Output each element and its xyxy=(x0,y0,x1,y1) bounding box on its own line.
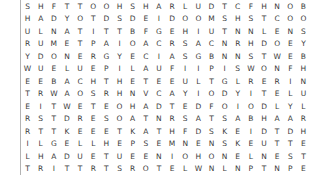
grid-cell[interactable]: M xyxy=(166,138,179,151)
grid-cell[interactable]: T xyxy=(139,113,152,126)
grid-cell[interactable]: B xyxy=(297,0,310,13)
grid-cell[interactable]: T xyxy=(60,163,73,176)
grid-cell[interactable]: D xyxy=(192,100,205,113)
grid-cell[interactable]: O xyxy=(271,38,284,51)
grid-cell[interactable]: E xyxy=(113,138,126,151)
grid-cell[interactable]: E xyxy=(100,125,113,138)
grid-cell[interactable]: Y xyxy=(60,13,73,26)
grid-cell[interactable]: A xyxy=(60,75,73,88)
grid-cell[interactable]: I xyxy=(47,163,60,176)
grid-cell[interactable]: S xyxy=(21,0,34,13)
grid-cell[interactable]: H xyxy=(297,125,310,138)
grid-cell[interactable]: D xyxy=(166,13,179,26)
grid-cell[interactable]: S xyxy=(244,50,257,63)
grid-cell[interactable]: I xyxy=(152,50,165,63)
grid-cell[interactable]: U xyxy=(74,150,87,163)
grid-cell[interactable]: D xyxy=(47,13,60,26)
grid-cell[interactable]: E xyxy=(271,88,284,101)
grid-cell[interactable]: T xyxy=(113,25,126,38)
grid-cell[interactable]: O xyxy=(257,63,270,76)
grid-cell[interactable]: O xyxy=(113,113,126,126)
grid-cell[interactable]: W xyxy=(21,63,34,76)
grid-cell[interactable]: U xyxy=(113,150,126,163)
grid-cell[interactable]: A xyxy=(166,88,179,101)
grid-cell[interactable]: H xyxy=(192,150,205,163)
grid-cell[interactable]: T xyxy=(139,75,152,88)
grid-cell[interactable]: H xyxy=(87,75,100,88)
grid-cell[interactable]: R xyxy=(297,113,310,126)
grid-cell[interactable]: Y xyxy=(284,100,297,113)
grid-cell[interactable]: H xyxy=(126,100,139,113)
grid-cell[interactable]: N xyxy=(271,0,284,13)
grid-cell[interactable]: E xyxy=(152,138,165,151)
grid-cell[interactable]: C xyxy=(205,38,218,51)
grid-cell[interactable]: A xyxy=(139,125,152,138)
grid-cell[interactable]: T xyxy=(21,163,34,176)
grid-cell[interactable]: L xyxy=(271,100,284,113)
grid-cell[interactable]: K xyxy=(60,125,73,138)
grid-cell[interactable]: R xyxy=(100,88,113,101)
grid-cell[interactable]: S xyxy=(100,113,113,126)
grid-cell[interactable]: T xyxy=(205,113,218,126)
grid-cell[interactable]: R xyxy=(166,0,179,13)
grid-cell[interactable]: T xyxy=(257,88,270,101)
grid-cell[interactable]: E xyxy=(257,75,270,88)
grid-cell[interactable]: H xyxy=(139,0,152,13)
grid-cell[interactable]: S xyxy=(179,113,192,126)
grid-cell[interactable]: S xyxy=(218,113,231,126)
grid-cell[interactable]: E xyxy=(297,163,310,176)
grid-cell[interactable]: D xyxy=(126,13,139,26)
grid-cell[interactable]: H xyxy=(297,63,310,76)
grid-cell[interactable]: E xyxy=(87,125,100,138)
grid-cell[interactable]: F xyxy=(166,63,179,76)
grid-cell[interactable]: O xyxy=(179,13,192,26)
grid-cell[interactable]: N xyxy=(47,25,60,38)
grid-cell[interactable]: W xyxy=(47,88,60,101)
grid-cell[interactable]: C xyxy=(271,13,284,26)
grid-cell[interactable]: L xyxy=(218,163,231,176)
grid-cell[interactable]: I xyxy=(166,150,179,163)
grid-cell[interactable]: L xyxy=(257,25,270,38)
grid-cell[interactable]: H xyxy=(179,25,192,38)
grid-cell[interactable]: A xyxy=(192,38,205,51)
grid-cell[interactable]: R xyxy=(244,75,257,88)
grid-cell[interactable]: K xyxy=(218,125,231,138)
grid-cell[interactable]: T xyxy=(113,125,126,138)
grid-cell[interactable]: T xyxy=(100,25,113,38)
grid-cell[interactable]: W xyxy=(271,50,284,63)
grid-cell[interactable]: L xyxy=(87,138,100,151)
grid-cell[interactable]: I xyxy=(244,125,257,138)
grid-cell[interactable]: T xyxy=(205,75,218,88)
grid-cell[interactable]: W xyxy=(60,100,73,113)
grid-cell[interactable]: N xyxy=(244,25,257,38)
grid-cell[interactable]: E xyxy=(74,100,87,113)
grid-cell[interactable]: N xyxy=(218,50,231,63)
grid-cell[interactable]: H xyxy=(21,13,34,26)
grid-cell[interactable]: O xyxy=(284,13,297,26)
grid-cell[interactable]: D xyxy=(34,50,47,63)
grid-cell[interactable]: N xyxy=(297,75,310,88)
grid-cell[interactable]: H xyxy=(113,88,126,101)
grid-cell[interactable]: B xyxy=(205,50,218,63)
grid-cell[interactable]: L xyxy=(179,0,192,13)
grid-cell[interactable]: M xyxy=(47,38,60,51)
grid-cell[interactable]: A xyxy=(47,150,60,163)
grid-cell[interactable]: T xyxy=(284,138,297,151)
grid-cell[interactable]: N xyxy=(271,63,284,76)
grid-cell[interactable]: I xyxy=(231,100,244,113)
grid-cell[interactable]: O xyxy=(192,13,205,26)
grid-cell[interactable]: E xyxy=(74,125,87,138)
grid-cell[interactable]: H xyxy=(34,150,47,163)
grid-cell[interactable]: L xyxy=(21,150,34,163)
grid-cell[interactable]: T xyxy=(100,75,113,88)
grid-cell[interactable]: B xyxy=(126,25,139,38)
grid-cell[interactable]: T xyxy=(271,125,284,138)
grid-cell[interactable]: U xyxy=(192,0,205,13)
grid-cell[interactable]: S xyxy=(179,38,192,51)
grid-cell[interactable]: S xyxy=(126,0,139,13)
grid-cell[interactable]: N xyxy=(231,163,244,176)
grid-cell[interactable]: C xyxy=(74,75,87,88)
grid-cell[interactable]: R xyxy=(87,163,100,176)
grid-cell[interactable]: D xyxy=(257,100,270,113)
grid-cell[interactable]: R xyxy=(21,125,34,138)
grid-cell[interactable]: Y xyxy=(179,88,192,101)
grid-cell[interactable]: H xyxy=(257,113,270,126)
grid-cell[interactable]: I xyxy=(113,63,126,76)
grid-cell[interactable]: G xyxy=(100,50,113,63)
grid-cell[interactable]: N xyxy=(205,163,218,176)
grid-cell[interactable]: S xyxy=(297,25,310,38)
grid-cell[interactable]: E xyxy=(166,163,179,176)
grid-cell[interactable]: O xyxy=(74,13,87,26)
grid-cell[interactable]: E xyxy=(284,50,297,63)
grid-cell[interactable]: T xyxy=(74,163,87,176)
grid-cell[interactable]: D xyxy=(100,13,113,26)
grid-cell[interactable]: S xyxy=(218,138,231,151)
grid-cell[interactable]: R xyxy=(166,113,179,126)
grid-cell[interactable]: H xyxy=(113,0,126,13)
grid-cell[interactable]: T xyxy=(271,138,284,151)
grid-cell[interactable]: O xyxy=(47,50,60,63)
grid-cell[interactable]: U xyxy=(179,75,192,88)
grid-cell[interactable]: I xyxy=(192,25,205,38)
grid-cell[interactable]: I xyxy=(21,138,34,151)
grid-cell[interactable]: Y xyxy=(113,50,126,63)
grid-cell[interactable]: D xyxy=(284,125,297,138)
grid-cell[interactable]: C xyxy=(231,0,244,13)
grid-cell[interactable]: A xyxy=(166,50,179,63)
grid-cell[interactable]: T xyxy=(60,0,73,13)
grid-cell[interactable]: L xyxy=(74,138,87,151)
grid-cell[interactable]: H xyxy=(100,138,113,151)
grid-cell[interactable]: S xyxy=(34,113,47,126)
grid-cell[interactable]: A xyxy=(34,13,47,26)
grid-cell[interactable]: S xyxy=(231,63,244,76)
grid-cell[interactable]: P xyxy=(205,63,218,76)
grid-cell[interactable]: O xyxy=(218,100,231,113)
grid-cell[interactable]: N xyxy=(231,25,244,38)
grid-cell[interactable]: E xyxy=(34,75,47,88)
grid-cell[interactable]: S xyxy=(139,138,152,151)
grid-cell[interactable]: E xyxy=(166,25,179,38)
grid-cell[interactable]: N xyxy=(126,88,139,101)
grid-cell[interactable]: O xyxy=(100,0,113,13)
grid-cell[interactable]: D xyxy=(257,38,270,51)
grid-cell[interactable]: B xyxy=(297,50,310,63)
grid-cell[interactable]: L xyxy=(284,88,297,101)
grid-cell[interactable]: N xyxy=(257,150,270,163)
grid-cell[interactable]: N xyxy=(284,25,297,38)
grid-cell[interactable]: N xyxy=(60,50,73,63)
grid-cell[interactable]: T xyxy=(21,88,34,101)
grid-cell[interactable]: T xyxy=(47,113,60,126)
grid-cell[interactable]: N xyxy=(218,38,231,51)
grid-cell[interactable]: O xyxy=(87,0,100,13)
grid-cell[interactable]: B xyxy=(47,75,60,88)
grid-cell[interactable]: E xyxy=(126,75,139,88)
grid-cell[interactable]: E xyxy=(47,63,60,76)
grid-cell[interactable]: D xyxy=(205,0,218,13)
grid-cell[interactable]: R xyxy=(271,75,284,88)
grid-cell[interactable]: T xyxy=(47,100,60,113)
grid-cell[interactable]: D xyxy=(257,125,270,138)
grid-cell[interactable]: K xyxy=(126,125,139,138)
grid-cell[interactable]: C xyxy=(139,50,152,63)
grid-cell[interactable]: A xyxy=(152,0,165,13)
grid-cell[interactable]: P xyxy=(284,163,297,176)
grid-cell[interactable]: H xyxy=(231,13,244,26)
grid-cell[interactable]: U xyxy=(74,63,87,76)
grid-cell[interactable]: D xyxy=(152,100,165,113)
grid-cell[interactable]: I xyxy=(179,63,192,76)
grid-cell[interactable]: E xyxy=(87,63,100,76)
grid-cell[interactable]: O xyxy=(284,0,297,13)
grid-cell[interactable]: S xyxy=(284,150,297,163)
grid-cell[interactable]: H xyxy=(257,0,270,13)
grid-cell[interactable]: C xyxy=(152,88,165,101)
grid-cell[interactable]: F xyxy=(179,125,192,138)
grid-cell[interactable]: A xyxy=(126,113,139,126)
grid-cell[interactable]: E xyxy=(21,75,34,88)
grid-cell[interactable]: N xyxy=(231,50,244,63)
grid-cell[interactable]: R xyxy=(34,163,47,176)
grid-cell[interactable]: G xyxy=(47,138,60,151)
grid-cell[interactable]: H xyxy=(166,125,179,138)
grid-cell[interactable]: T xyxy=(74,0,87,13)
grid-cell[interactable]: H xyxy=(244,38,257,51)
grid-cell[interactable]: F xyxy=(284,63,297,76)
grid-cell[interactable]: T xyxy=(152,163,165,176)
grid-cell[interactable]: R xyxy=(34,88,47,101)
grid-cell[interactable]: T xyxy=(34,125,47,138)
grid-cell[interactable]: S xyxy=(87,88,100,101)
grid-cell[interactable]: E xyxy=(100,100,113,113)
grid-cell[interactable]: P xyxy=(126,138,139,151)
grid-cell[interactable]: W xyxy=(244,63,257,76)
grid-cell[interactable]: A xyxy=(60,88,73,101)
grid-cell[interactable]: E xyxy=(152,75,165,88)
grid-cell[interactable]: E xyxy=(231,125,244,138)
grid-cell[interactable]: D xyxy=(192,125,205,138)
grid-cell[interactable]: D xyxy=(218,88,231,101)
grid-cell[interactable]: E xyxy=(87,113,100,126)
grid-cell[interactable]: I xyxy=(284,75,297,88)
grid-cell[interactable]: E xyxy=(271,150,284,163)
grid-cell[interactable]: I xyxy=(87,25,100,38)
grid-cell[interactable]: T xyxy=(87,100,100,113)
grid-cell[interactable]: P xyxy=(244,163,257,176)
grid-cell[interactable]: V xyxy=(139,88,152,101)
grid-cell[interactable]: T xyxy=(257,50,270,63)
grid-cell[interactable]: L xyxy=(60,63,73,76)
grid-cell[interactable]: H xyxy=(34,0,47,13)
grid-cell[interactable]: E xyxy=(126,50,139,63)
grid-cell[interactable]: A xyxy=(139,38,152,51)
grid-cell[interactable]: T xyxy=(100,163,113,176)
grid-cell[interactable]: L xyxy=(34,138,47,151)
grid-cell[interactable]: T xyxy=(100,150,113,163)
grid-cell[interactable]: T xyxy=(74,25,87,38)
grid-cell[interactable]: E xyxy=(87,150,100,163)
grid-cell[interactable]: O xyxy=(113,100,126,113)
grid-cell[interactable]: T xyxy=(74,38,87,51)
grid-cell[interactable]: E xyxy=(166,75,179,88)
grid-cell[interactable]: R xyxy=(87,50,100,63)
grid-cell[interactable]: O xyxy=(126,38,139,51)
grid-cell[interactable]: B xyxy=(244,113,257,126)
grid-cell[interactable]: F xyxy=(47,0,60,13)
grid-cell[interactable]: P xyxy=(87,38,100,51)
grid-cell[interactable]: F xyxy=(244,0,257,13)
grid-cell[interactable]: U xyxy=(21,25,34,38)
grid-cell[interactable]: O xyxy=(205,150,218,163)
grid-cell[interactable]: R xyxy=(166,38,179,51)
grid-cell[interactable]: E xyxy=(284,38,297,51)
grid-cell[interactable]: L xyxy=(231,75,244,88)
grid-cell[interactable]: L xyxy=(244,150,257,163)
grid-cell[interactable]: T xyxy=(152,125,165,138)
grid-cell[interactable]: G xyxy=(192,50,205,63)
grid-cell[interactable]: U xyxy=(205,25,218,38)
grid-cell[interactable]: E xyxy=(21,100,34,113)
grid-cell[interactable]: U xyxy=(34,38,47,51)
grid-cell[interactable]: I xyxy=(34,100,47,113)
grid-cell[interactable]: Y xyxy=(297,38,310,51)
grid-cell[interactable]: T xyxy=(297,150,310,163)
grid-cell[interactable]: I xyxy=(113,38,126,51)
grid-cell[interactable]: E xyxy=(244,138,257,151)
grid-cell[interactable]: A xyxy=(284,113,297,126)
grid-cell[interactable]: O xyxy=(297,13,310,26)
grid-cell[interactable]: L xyxy=(192,75,205,88)
grid-cell[interactable]: T xyxy=(218,0,231,13)
grid-cell[interactable]: F xyxy=(139,25,152,38)
grid-cell[interactable]: I xyxy=(192,88,205,101)
grid-cell[interactable]: Y xyxy=(21,50,34,63)
grid-cell[interactable]: F xyxy=(205,100,218,113)
grid-cell[interactable]: A xyxy=(100,38,113,51)
grid-cell[interactable]: S xyxy=(244,13,257,26)
grid-cell[interactable]: E xyxy=(139,13,152,26)
grid-cell[interactable]: O xyxy=(74,88,87,101)
grid-cell[interactable]: T xyxy=(166,100,179,113)
grid-cell[interactable]: T xyxy=(218,25,231,38)
grid-cell[interactable]: S xyxy=(205,125,218,138)
grid-cell[interactable]: A xyxy=(192,113,205,126)
grid-cell[interactable]: N xyxy=(179,138,192,151)
grid-cell[interactable]: P xyxy=(100,63,113,76)
grid-cell[interactable]: K xyxy=(231,138,244,151)
grid-cell[interactable]: A xyxy=(271,113,284,126)
grid-cell[interactable]: E xyxy=(271,25,284,38)
grid-cell[interactable]: E xyxy=(60,38,73,51)
grid-cell[interactable]: M xyxy=(205,13,218,26)
grid-cell[interactable]: D xyxy=(60,113,73,126)
grid-cell[interactable]: S xyxy=(113,163,126,176)
grid-cell[interactable]: T xyxy=(47,125,60,138)
grid-cell[interactable]: A xyxy=(139,100,152,113)
grid-cell[interactable]: O xyxy=(205,88,218,101)
grid-cell[interactable]: O xyxy=(139,163,152,176)
grid-cell[interactable]: I xyxy=(218,63,231,76)
grid-cell[interactable]: W xyxy=(192,163,205,176)
grid-cell[interactable]: G xyxy=(218,75,231,88)
grid-cell[interactable]: N xyxy=(218,150,231,163)
grid-cell[interactable]: L xyxy=(297,100,310,113)
grid-cell[interactable]: S xyxy=(179,50,192,63)
grid-cell[interactable]: S xyxy=(113,13,126,26)
grid-cell[interactable]: E xyxy=(60,138,73,151)
grid-cell[interactable]: R xyxy=(231,38,244,51)
grid-cell[interactable]: U xyxy=(297,88,310,101)
grid-cell[interactable]: E xyxy=(179,100,192,113)
grid-cell[interactable]: R xyxy=(21,113,34,126)
grid-cell[interactable]: A xyxy=(139,63,152,76)
grid-cell[interactable]: T xyxy=(257,163,270,176)
grid-cell[interactable]: E xyxy=(231,150,244,163)
grid-cell[interactable]: I xyxy=(192,63,205,76)
grid-cell[interactable]: H xyxy=(113,75,126,88)
grid-cell[interactable]: D xyxy=(60,150,73,163)
grid-cell[interactable]: N xyxy=(271,163,284,176)
grid-cell[interactable]: S xyxy=(218,13,231,26)
grid-cell[interactable]: E xyxy=(126,150,139,163)
grid-cell[interactable]: O xyxy=(244,100,257,113)
grid-cell[interactable]: R xyxy=(74,113,87,126)
grid-cell[interactable]: N xyxy=(205,138,218,151)
grid-cell[interactable]: O xyxy=(179,150,192,163)
grid-cell[interactable]: E xyxy=(139,150,152,163)
grid-cell[interactable]: A xyxy=(231,113,244,126)
grid-cell[interactable]: Y xyxy=(231,88,244,101)
grid-cell[interactable]: N xyxy=(152,150,165,163)
grid-cell[interactable]: L xyxy=(126,63,139,76)
grid-cell[interactable]: R xyxy=(21,38,34,51)
grid-cell[interactable]: T xyxy=(87,13,100,26)
grid-cell[interactable]: U xyxy=(257,138,270,151)
grid-cell[interactable]: U xyxy=(152,63,165,76)
grid-cell[interactable]: N xyxy=(152,113,165,126)
grid-cell[interactable]: E xyxy=(297,138,310,151)
grid-cell[interactable]: G xyxy=(152,25,165,38)
grid-cell[interactable]: T xyxy=(257,13,270,26)
grid-cell[interactable]: C xyxy=(152,38,165,51)
grid-cell[interactable]: A xyxy=(60,25,73,38)
